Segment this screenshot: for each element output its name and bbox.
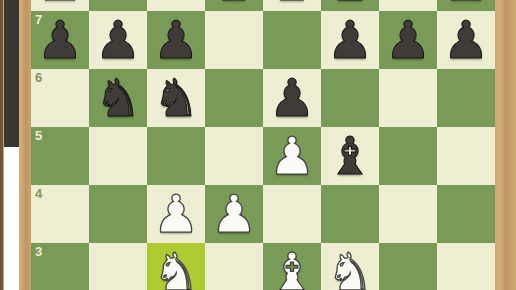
square-h4[interactable] — [437, 185, 495, 243]
rank-label-3: 3 — [35, 245, 42, 258]
square-h6[interactable] — [437, 69, 495, 127]
white-knight-c3[interactable]: ♞ — [147, 243, 205, 290]
square-f5[interactable]: ♝ — [321, 127, 379, 185]
square-f7[interactable]: ♟ — [321, 11, 379, 69]
chess-app-screen: ♜♛♚♝♜7♟♟♟♟♟♟6♞♞♟5♟♝4♟♟3♞♝♞ — [0, 0, 516, 290]
square-c3[interactable]: ♞ — [147, 243, 205, 290]
square-h7[interactable]: ♟ — [437, 11, 495, 69]
black-pawn-h7[interactable]: ♟ — [437, 11, 495, 69]
evaluation-bar — [4, 0, 19, 290]
square-c7[interactable]: ♟ — [147, 11, 205, 69]
square-c4[interactable]: ♟ — [147, 185, 205, 243]
white-bishop-e3[interactable]: ♝ — [263, 243, 321, 290]
square-e4[interactable] — [263, 185, 321, 243]
square-h3[interactable] — [437, 243, 495, 290]
white-pawn-d4[interactable]: ♟ — [205, 185, 263, 243]
square-b3[interactable] — [89, 243, 147, 290]
square-f4[interactable] — [321, 185, 379, 243]
square-d3[interactable] — [205, 243, 263, 290]
square-d5[interactable] — [205, 127, 263, 185]
white-knight-f3[interactable]: ♞ — [321, 243, 379, 290]
black-pawn-e6[interactable]: ♟ — [263, 69, 321, 127]
square-e8[interactable]: ♚ — [263, 0, 321, 11]
square-b5[interactable] — [89, 127, 147, 185]
square-a6[interactable]: 6 — [31, 69, 89, 127]
square-h5[interactable] — [437, 127, 495, 185]
square-g5[interactable] — [379, 127, 437, 185]
chess-board: ♜♛♚♝♜7♟♟♟♟♟♟6♞♞♟5♟♝4♟♟3♞♝♞ — [31, 0, 495, 290]
black-bishop-f5[interactable]: ♝ — [321, 127, 379, 185]
square-a3[interactable]: 3 — [31, 243, 89, 290]
evaluation-bar-white-portion — [4, 147, 19, 290]
black-king-e8[interactable]: ♚ — [263, 0, 321, 11]
black-pawn-f7[interactable]: ♟ — [321, 11, 379, 69]
square-f3[interactable]: ♞ — [321, 243, 379, 290]
square-d4[interactable]: ♟ — [205, 185, 263, 243]
black-knight-c6[interactable]: ♞ — [147, 69, 205, 127]
square-a4[interactable]: 4 — [31, 185, 89, 243]
square-d6[interactable] — [205, 69, 263, 127]
square-g7[interactable]: ♟ — [379, 11, 437, 69]
square-a5[interactable]: 5 — [31, 127, 89, 185]
square-g3[interactable] — [379, 243, 437, 290]
square-d7[interactable] — [205, 11, 263, 69]
square-b7[interactable]: ♟ — [89, 11, 147, 69]
black-pawn-a7[interactable]: ♟ — [31, 11, 89, 69]
square-d8[interactable]: ♛ — [205, 0, 263, 11]
black-pawn-g7[interactable]: ♟ — [379, 11, 437, 69]
square-e7[interactable] — [263, 11, 321, 69]
square-e6[interactable]: ♟ — [263, 69, 321, 127]
square-b4[interactable] — [89, 185, 147, 243]
square-f6[interactable] — [321, 69, 379, 127]
rank-label-6: 6 — [35, 71, 42, 84]
square-e3[interactable]: ♝ — [263, 243, 321, 290]
black-queen-d8[interactable]: ♛ — [205, 0, 263, 11]
square-c5[interactable] — [147, 127, 205, 185]
square-c6[interactable]: ♞ — [147, 69, 205, 127]
square-b6[interactable]: ♞ — [89, 69, 147, 127]
evaluation-bar-black-portion — [4, 0, 19, 147]
white-pawn-e5[interactable]: ♟ — [263, 127, 321, 185]
square-a7[interactable]: 7♟ — [31, 11, 89, 69]
black-pawn-c7[interactable]: ♟ — [147, 11, 205, 69]
square-g6[interactable] — [379, 69, 437, 127]
black-pawn-b7[interactable]: ♟ — [89, 11, 147, 69]
black-knight-b6[interactable]: ♞ — [89, 69, 147, 127]
white-pawn-c4[interactable]: ♟ — [147, 185, 205, 243]
rank-label-5: 5 — [35, 129, 42, 142]
square-g4[interactable] — [379, 185, 437, 243]
rank-label-4: 4 — [35, 187, 42, 200]
square-e5[interactable]: ♟ — [263, 127, 321, 185]
